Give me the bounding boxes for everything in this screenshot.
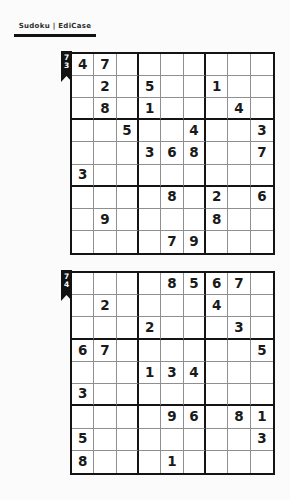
sudoku-cell-given[interactable]: 3 <box>251 120 273 142</box>
sudoku-cell-empty[interactable] <box>184 54 206 76</box>
sudoku-cell-empty[interactable] <box>228 429 250 451</box>
sudoku-cell-empty[interactable] <box>72 362 94 384</box>
puzzle-number-digit: 4 <box>64 281 69 289</box>
sudoku-grid: 47251814543368738269879 <box>70 52 275 255</box>
sudoku-cell-empty[interactable] <box>72 273 94 295</box>
sudoku-grid: 85672423675134396815381 <box>70 271 275 475</box>
sudoku-cell-empty[interactable] <box>184 451 206 473</box>
sudoku-cell-given[interactable]: 9 <box>161 406 183 428</box>
puzzle-number-digit: 3 <box>64 62 69 70</box>
masthead-rule <box>14 34 96 37</box>
sudoku-cell-given[interactable]: 4 <box>184 362 206 384</box>
sudoku-cell-empty[interactable] <box>184 76 206 98</box>
sudoku-cell-given[interactable]: 3 <box>251 429 273 451</box>
sudoku-cell-given[interactable]: 1 <box>206 76 228 98</box>
sudoku-cell-empty[interactable] <box>72 406 94 428</box>
sudoku-cell-empty[interactable] <box>251 295 273 317</box>
sudoku-cell-empty[interactable] <box>228 451 250 473</box>
sudoku-cell-empty[interactable] <box>206 451 228 473</box>
sudoku-cell-empty[interactable] <box>117 362 139 384</box>
sudoku-cell-given[interactable]: 7 <box>161 231 183 253</box>
sudoku-cell-empty[interactable] <box>139 165 161 187</box>
sudoku-cell-empty[interactable] <box>161 165 183 187</box>
sudoku-cell-empty[interactable] <box>184 429 206 451</box>
sudoku-cell-given[interactable]: 3 <box>72 384 94 406</box>
sudoku-cell-empty[interactable] <box>72 295 94 317</box>
sudoku-cell-empty[interactable] <box>206 120 228 142</box>
sudoku-cell-empty[interactable] <box>228 142 250 164</box>
sudoku-cell-given[interactable]: 8 <box>72 451 94 473</box>
sudoku-cell-given[interactable]: 3 <box>139 142 161 164</box>
sudoku-cell-empty[interactable] <box>72 120 94 142</box>
sudoku-cell-empty[interactable] <box>184 384 206 406</box>
sudoku-cell-empty[interactable] <box>139 231 161 253</box>
sudoku-cell-empty[interactable] <box>117 273 139 295</box>
sudoku-cell-given[interactable]: 7 <box>94 54 116 76</box>
sudoku-cell-empty[interactable] <box>117 295 139 317</box>
sudoku-cell-given[interactable]: 7 <box>228 273 250 295</box>
sudoku-cell-given[interactable]: 2 <box>94 76 116 98</box>
sudoku-cell-given[interactable]: 2 <box>206 187 228 209</box>
sudoku-cell-given[interactable]: 2 <box>139 317 161 339</box>
sudoku-cell-empty[interactable] <box>117 231 139 253</box>
sudoku-cell-empty[interactable] <box>206 142 228 164</box>
sudoku-cell-empty[interactable] <box>139 273 161 295</box>
sudoku-cell-empty[interactable] <box>94 451 116 473</box>
sudoku-cell-empty[interactable] <box>139 451 161 473</box>
sudoku-cell-given[interactable]: 8 <box>206 209 228 231</box>
sudoku-cell-empty[interactable] <box>206 165 228 187</box>
sudoku-cell-empty[interactable] <box>94 142 116 164</box>
masthead: Sudoku | EdiCase <box>14 22 96 37</box>
sudoku-cell-given[interactable]: 3 <box>161 362 183 384</box>
sudoku-cell-empty[interactable] <box>161 317 183 339</box>
sudoku-cell-empty[interactable] <box>228 54 250 76</box>
sudoku-cell-empty[interactable] <box>94 231 116 253</box>
sudoku-cell-given[interactable]: 5 <box>139 76 161 98</box>
sudoku-cell-given[interactable]: 5 <box>72 429 94 451</box>
sudoku-cell-empty[interactable] <box>251 362 273 384</box>
sudoku-cell-given[interactable]: 1 <box>139 362 161 384</box>
sudoku-cell-empty[interactable] <box>161 120 183 142</box>
sudoku-cell-given[interactable]: 1 <box>161 451 183 473</box>
sudoku-cell-empty[interactable] <box>94 406 116 428</box>
sudoku-cell-given[interactable]: 1 <box>251 406 273 428</box>
sudoku-cell-empty[interactable] <box>94 120 116 142</box>
sudoku-cell-given[interactable]: 7 <box>251 142 273 164</box>
sudoku-cell-empty[interactable] <box>117 317 139 339</box>
sudoku-cell-empty[interactable] <box>251 231 273 253</box>
sudoku-cell-empty[interactable] <box>251 317 273 339</box>
puzzle-page: { "game": "sudoku", "header": { "title":… <box>0 0 290 500</box>
sudoku-puzzle-74: 74 85672423675134396815381 <box>70 271 275 475</box>
sudoku-cell-given[interactable]: 5 <box>184 273 206 295</box>
sudoku-cell-empty[interactable] <box>161 76 183 98</box>
sudoku-cell-given[interactable]: 4 <box>184 120 206 142</box>
sudoku-cell-empty[interactable] <box>251 451 273 473</box>
sudoku-cell-empty[interactable] <box>251 98 273 120</box>
sudoku-cell-empty[interactable] <box>251 384 273 406</box>
sudoku-cell-empty[interactable] <box>228 362 250 384</box>
sudoku-cell-empty[interactable] <box>206 384 228 406</box>
sudoku-cell-empty[interactable] <box>228 340 250 362</box>
sudoku-cell-given[interactable]: 8 <box>161 187 183 209</box>
sudoku-cell-empty[interactable] <box>206 340 228 362</box>
sudoku-cell-empty[interactable] <box>139 187 161 209</box>
sudoku-cell-empty[interactable] <box>94 187 116 209</box>
sudoku-cell-empty[interactable] <box>184 340 206 362</box>
sudoku-cell-empty[interactable] <box>139 120 161 142</box>
sudoku-cell-empty[interactable] <box>94 384 116 406</box>
sudoku-cell-empty[interactable] <box>139 295 161 317</box>
sudoku-cell-empty[interactable] <box>94 165 116 187</box>
sudoku-cell-empty[interactable] <box>228 120 250 142</box>
sudoku-cell-empty[interactable] <box>117 165 139 187</box>
sudoku-cell-empty[interactable] <box>251 54 273 76</box>
sudoku-cell-empty[interactable] <box>184 209 206 231</box>
sudoku-cell-empty[interactable] <box>117 142 139 164</box>
sudoku-cell-empty[interactable] <box>72 187 94 209</box>
sudoku-cell-given[interactable]: 9 <box>94 209 116 231</box>
sudoku-cell-empty[interactable] <box>94 362 116 384</box>
sudoku-cell-given[interactable]: 7 <box>94 340 116 362</box>
sudoku-cell-given[interactable]: 4 <box>228 98 250 120</box>
sudoku-cell-empty[interactable] <box>117 187 139 209</box>
sudoku-cell-empty[interactable] <box>184 165 206 187</box>
sudoku-cell-given[interactable]: 4 <box>206 295 228 317</box>
sudoku-cell-empty[interactable] <box>72 142 94 164</box>
sudoku-cell-empty[interactable] <box>228 76 250 98</box>
sudoku-cell-empty[interactable] <box>117 429 139 451</box>
sudoku-cell-empty[interactable] <box>206 98 228 120</box>
sudoku-cell-given[interactable]: 1 <box>139 98 161 120</box>
sudoku-cell-empty[interactable] <box>139 384 161 406</box>
sudoku-cell-empty[interactable] <box>251 209 273 231</box>
sudoku-cell-empty[interactable] <box>251 76 273 98</box>
sudoku-cell-empty[interactable] <box>206 362 228 384</box>
sudoku-cell-empty[interactable] <box>228 231 250 253</box>
sudoku-cell-empty[interactable] <box>206 406 228 428</box>
sudoku-cell-empty[interactable] <box>161 340 183 362</box>
puzzle-number-tab: 73 <box>61 51 72 82</box>
sudoku-cell-empty[interactable] <box>206 429 228 451</box>
sudoku-cell-empty[interactable] <box>184 98 206 120</box>
sudoku-cell-empty[interactable] <box>117 54 139 76</box>
sudoku-cell-empty[interactable] <box>206 231 228 253</box>
sudoku-cell-empty[interactable] <box>161 429 183 451</box>
sudoku-cell-empty[interactable] <box>139 54 161 76</box>
sudoku-cell-empty[interactable] <box>161 384 183 406</box>
sudoku-cell-empty[interactable] <box>228 295 250 317</box>
sudoku-cell-empty[interactable] <box>72 231 94 253</box>
sudoku-cell-empty[interactable] <box>139 340 161 362</box>
sudoku-cell-given[interactable]: 6 <box>161 142 183 164</box>
sudoku-cell-given[interactable]: 9 <box>184 231 206 253</box>
sudoku-cell-empty[interactable] <box>117 209 139 231</box>
sudoku-cell-given[interactable]: 6 <box>72 340 94 362</box>
sudoku-cell-given[interactable]: 6 <box>184 406 206 428</box>
sudoku-cell-given[interactable]: 3 <box>228 317 250 339</box>
sudoku-cell-empty[interactable] <box>117 384 139 406</box>
sudoku-cell-empty[interactable] <box>94 273 116 295</box>
sudoku-cell-empty[interactable] <box>206 54 228 76</box>
sudoku-cell-empty[interactable] <box>72 317 94 339</box>
sudoku-cell-empty[interactable] <box>228 187 250 209</box>
sudoku-cell-given[interactable]: 8 <box>184 142 206 164</box>
sudoku-cell-given[interactable]: 5 <box>251 340 273 362</box>
sudoku-cell-empty[interactable] <box>139 209 161 231</box>
sudoku-cell-empty[interactable] <box>206 317 228 339</box>
sudoku-cell-empty[interactable] <box>161 54 183 76</box>
sudoku-cell-empty[interactable] <box>117 340 139 362</box>
sudoku-cell-empty[interactable] <box>117 406 139 428</box>
sudoku-cell-empty[interactable] <box>228 384 250 406</box>
sudoku-cell-empty[interactable] <box>251 165 273 187</box>
sudoku-cell-empty[interactable] <box>228 209 250 231</box>
sudoku-cell-empty[interactable] <box>94 429 116 451</box>
sudoku-cell-given[interactable]: 8 <box>161 273 183 295</box>
sudoku-cell-given[interactable]: 5 <box>117 120 139 142</box>
sudoku-cell-empty[interactable] <box>117 98 139 120</box>
sudoku-cell-empty[interactable] <box>72 76 94 98</box>
sudoku-cell-given[interactable]: 6 <box>251 187 273 209</box>
sudoku-cell-given[interactable]: 6 <box>206 273 228 295</box>
sudoku-cell-empty[interactable] <box>139 429 161 451</box>
sudoku-cell-empty[interactable] <box>94 317 116 339</box>
sudoku-cell-empty[interactable] <box>251 273 273 295</box>
sudoku-cell-given[interactable]: 8 <box>94 98 116 120</box>
sudoku-cell-empty[interactable] <box>161 295 183 317</box>
page-title: Sudoku | EdiCase <box>14 22 96 30</box>
sudoku-cell-given[interactable]: 4 <box>72 54 94 76</box>
sudoku-cell-empty[interactable] <box>161 209 183 231</box>
sudoku-cell-empty[interactable] <box>72 98 94 120</box>
sudoku-cell-empty[interactable] <box>161 98 183 120</box>
sudoku-cell-empty[interactable] <box>72 209 94 231</box>
sudoku-cell-empty[interactable] <box>228 165 250 187</box>
puzzle-number-tab: 74 <box>61 270 72 301</box>
sudoku-cell-given[interactable]: 2 <box>94 295 116 317</box>
sudoku-cell-given[interactable]: 8 <box>228 406 250 428</box>
sudoku-cell-empty[interactable] <box>139 406 161 428</box>
sudoku-puzzle-73: 73 47251814543368738269879 <box>70 52 275 255</box>
sudoku-cell-empty[interactable] <box>117 451 139 473</box>
sudoku-cell-given[interactable]: 3 <box>72 165 94 187</box>
sudoku-cell-empty[interactable] <box>184 295 206 317</box>
sudoku-cell-empty[interactable] <box>117 76 139 98</box>
sudoku-cell-empty[interactable] <box>184 317 206 339</box>
sudoku-cell-empty[interactable] <box>184 187 206 209</box>
